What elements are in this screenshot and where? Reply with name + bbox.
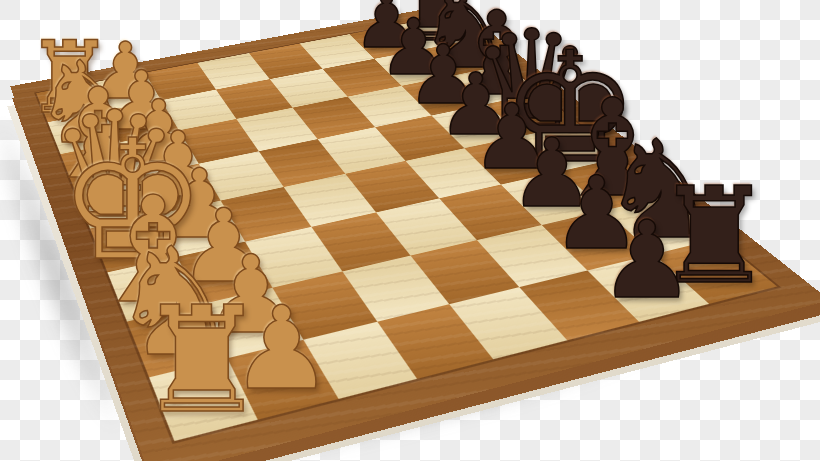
piece-black-pawn-h7[interactable]: ♟ [599,207,695,314]
piece-white-rook-h1[interactable]: ♜ [136,288,268,435]
scene: ♜♞♝♛♚♝♞♜♟♟♟♟♟♟♟♟♟♟♟♟♟♟♟♟♜♞♝♛♚♝♞♜ [0,0,820,461]
